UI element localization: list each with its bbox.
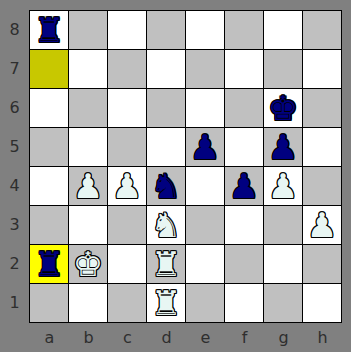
file-label-a: a <box>30 323 69 352</box>
square-g1[interactable] <box>264 284 302 322</box>
white-pawn-h3[interactable]: ♟ <box>307 206 337 244</box>
square-e1[interactable] <box>186 284 224 322</box>
rank-label-7: 7 <box>0 49 29 88</box>
square-d8[interactable] <box>147 11 185 49</box>
square-d2[interactable]: ♜ <box>147 245 185 283</box>
black-pawn-g5[interactable]: ♟ <box>268 128 298 166</box>
square-c4[interactable]: ♟ <box>108 167 146 205</box>
square-g2[interactable] <box>264 245 302 283</box>
rank-labels: 87654321 <box>0 10 29 322</box>
rank-label-3: 3 <box>0 205 29 244</box>
black-rook-a2[interactable]: ♜ <box>34 245 64 283</box>
square-c6[interactable] <box>108 89 146 127</box>
square-f2[interactable] <box>225 245 263 283</box>
square-a3[interactable] <box>30 206 68 244</box>
white-pawn-c4[interactable]: ♟ <box>112 167 142 205</box>
square-h7[interactable] <box>303 50 341 88</box>
square-e4[interactable] <box>186 167 224 205</box>
rank-label-1: 1 <box>0 283 29 322</box>
black-king-g6[interactable]: ♚ <box>268 89 298 127</box>
rank-label-2: 2 <box>0 244 29 283</box>
square-d4[interactable]: ♞ <box>147 167 185 205</box>
square-h8[interactable] <box>303 11 341 49</box>
white-pawn-g4[interactable]: ♟ <box>268 167 298 205</box>
square-c3[interactable] <box>108 206 146 244</box>
black-knight-d4[interactable]: ♞ <box>151 167 181 205</box>
square-f3[interactable] <box>225 206 263 244</box>
square-h3[interactable]: ♟ <box>303 206 341 244</box>
square-b7[interactable] <box>69 50 107 88</box>
file-labels: abcdefgh <box>30 323 343 352</box>
white-pawn-b4[interactable]: ♟ <box>73 167 103 205</box>
square-c2[interactable] <box>108 245 146 283</box>
square-d7[interactable] <box>147 50 185 88</box>
square-d5[interactable] <box>147 128 185 166</box>
file-label-g: g <box>264 323 303 352</box>
square-b8[interactable] <box>69 11 107 49</box>
square-a4[interactable] <box>30 167 68 205</box>
file-label-c: c <box>108 323 147 352</box>
square-f1[interactable] <box>225 284 263 322</box>
square-e7[interactable] <box>186 50 224 88</box>
square-h4[interactable] <box>303 167 341 205</box>
square-b3[interactable] <box>69 206 107 244</box>
file-label-d: d <box>147 323 186 352</box>
square-g8[interactable] <box>264 11 302 49</box>
square-a8[interactable]: ♜ <box>30 11 68 49</box>
square-g7[interactable] <box>264 50 302 88</box>
chessboard-window: 87654321 ♜♚♟♟♟♟♞♟♟♞♟♜♚♜♜ abcdefgh <box>0 0 351 352</box>
square-h1[interactable] <box>303 284 341 322</box>
chess-board: ♜♚♟♟♟♟♞♟♟♞♟♜♚♜♜ <box>29 10 342 323</box>
white-rook-d1[interactable]: ♜ <box>151 284 181 322</box>
square-c7[interactable] <box>108 50 146 88</box>
square-b4[interactable]: ♟ <box>69 167 107 205</box>
square-a7[interactable] <box>30 50 68 88</box>
square-b5[interactable] <box>69 128 107 166</box>
square-d1[interactable]: ♜ <box>147 284 185 322</box>
white-rook-d2[interactable]: ♜ <box>151 245 181 283</box>
square-f8[interactable] <box>225 11 263 49</box>
black-pawn-e5[interactable]: ♟ <box>190 128 220 166</box>
square-e5[interactable]: ♟ <box>186 128 224 166</box>
square-f6[interactable] <box>225 89 263 127</box>
square-e6[interactable] <box>186 89 224 127</box>
square-c8[interactable] <box>108 11 146 49</box>
square-d6[interactable] <box>147 89 185 127</box>
square-c5[interactable] <box>108 128 146 166</box>
square-a2[interactable]: ♜ <box>30 245 68 283</box>
square-a1[interactable] <box>30 284 68 322</box>
square-d3[interactable]: ♞ <box>147 206 185 244</box>
square-b6[interactable] <box>69 89 107 127</box>
black-pawn-f4[interactable]: ♟ <box>229 167 259 205</box>
square-g6[interactable]: ♚ <box>264 89 302 127</box>
file-label-f: f <box>225 323 264 352</box>
white-king-b2[interactable]: ♚ <box>73 245 103 283</box>
square-c1[interactable] <box>108 284 146 322</box>
rank-label-5: 5 <box>0 127 29 166</box>
square-f7[interactable] <box>225 50 263 88</box>
square-g5[interactable]: ♟ <box>264 128 302 166</box>
square-b2[interactable]: ♚ <box>69 245 107 283</box>
file-label-b: b <box>69 323 108 352</box>
rank-label-4: 4 <box>0 166 29 205</box>
square-h2[interactable] <box>303 245 341 283</box>
square-a5[interactable] <box>30 128 68 166</box>
square-f5[interactable] <box>225 128 263 166</box>
square-b1[interactable] <box>69 284 107 322</box>
square-f4[interactable]: ♟ <box>225 167 263 205</box>
square-h6[interactable] <box>303 89 341 127</box>
black-rook-a8[interactable]: ♜ <box>34 11 64 49</box>
square-g4[interactable]: ♟ <box>264 167 302 205</box>
square-g3[interactable] <box>264 206 302 244</box>
square-e8[interactable] <box>186 11 224 49</box>
square-e2[interactable] <box>186 245 224 283</box>
square-a6[interactable] <box>30 89 68 127</box>
rank-label-8: 8 <box>0 10 29 49</box>
square-h5[interactable] <box>303 128 341 166</box>
white-knight-d3[interactable]: ♞ <box>151 206 181 244</box>
square-e3[interactable] <box>186 206 224 244</box>
file-label-e: e <box>186 323 225 352</box>
file-label-h: h <box>303 323 342 352</box>
rank-label-6: 6 <box>0 88 29 127</box>
